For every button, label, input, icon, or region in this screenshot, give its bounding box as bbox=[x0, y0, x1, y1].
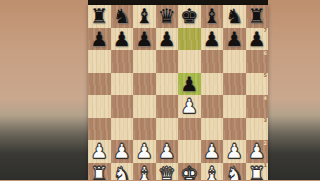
square-f2[interactable]: ♟ bbox=[201, 140, 224, 163]
piece-white-queen[interactable]: ♛ bbox=[158, 163, 176, 181]
square-a1[interactable]: ♜ bbox=[88, 163, 111, 181]
square-g7[interactable]: ♟ bbox=[223, 28, 246, 51]
piece-black-bishop[interactable]: ♝ bbox=[135, 5, 153, 28]
square-f6[interactable] bbox=[201, 50, 224, 73]
square-h6[interactable]: 6 bbox=[246, 50, 269, 73]
square-f3[interactable] bbox=[201, 118, 224, 141]
piece-black-king[interactable]: ♚ bbox=[180, 5, 198, 28]
piece-black-pawn[interactable]: ♟ bbox=[158, 28, 176, 51]
square-h8[interactable]: ♜ bbox=[246, 5, 269, 28]
square-a3[interactable] bbox=[88, 118, 111, 141]
piece-white-pawn[interactable]: ♟ bbox=[225, 140, 243, 163]
piece-black-knight[interactable]: ♞ bbox=[225, 5, 243, 28]
square-b1[interactable]: ♞ bbox=[111, 163, 134, 181]
piece-white-bishop[interactable]: ♝ bbox=[135, 163, 153, 181]
piece-black-pawn[interactable]: ♟ bbox=[225, 28, 243, 51]
piece-black-rook[interactable]: ♜ bbox=[90, 5, 108, 28]
piece-white-pawn[interactable]: ♟ bbox=[113, 140, 131, 163]
square-a7[interactable]: ♟ bbox=[88, 28, 111, 51]
square-f1[interactable]: ♝ bbox=[201, 163, 224, 181]
square-c4[interactable] bbox=[133, 95, 156, 118]
square-d6[interactable] bbox=[156, 50, 179, 73]
piece-black-pawn[interactable]: ♟ bbox=[90, 28, 108, 51]
piece-white-pawn[interactable]: ♟ bbox=[180, 95, 198, 118]
square-a4[interactable] bbox=[88, 95, 111, 118]
piece-black-pawn[interactable]: ♟ bbox=[180, 73, 198, 96]
piece-white-king[interactable]: ♚ bbox=[180, 163, 198, 181]
piece-black-pawn[interactable]: ♟ bbox=[203, 28, 221, 51]
square-a8[interactable]: ♜ bbox=[88, 5, 111, 28]
square-d7[interactable]: ♟ bbox=[156, 28, 179, 51]
square-d8[interactable]: ♛ bbox=[156, 5, 179, 28]
square-e3[interactable] bbox=[178, 118, 201, 141]
square-g1[interactable]: ♞ bbox=[223, 163, 246, 181]
square-f5[interactable] bbox=[201, 73, 224, 96]
square-e6[interactable] bbox=[178, 50, 201, 73]
piece-white-pawn[interactable]: ♟ bbox=[248, 140, 266, 163]
square-e2[interactable] bbox=[178, 140, 201, 163]
rank-label-6: 6 bbox=[264, 51, 267, 56]
square-a6[interactable] bbox=[88, 50, 111, 73]
square-b7[interactable]: ♟ bbox=[111, 28, 134, 51]
piece-white-rook[interactable]: ♜ bbox=[90, 163, 108, 181]
rank-label-4: 4 bbox=[264, 96, 267, 101]
square-f4[interactable] bbox=[201, 95, 224, 118]
square-b5[interactable] bbox=[111, 73, 134, 96]
square-c6[interactable] bbox=[133, 50, 156, 73]
square-h1[interactable]: ♜1 bbox=[246, 163, 269, 181]
square-e5[interactable]: ♟ bbox=[178, 73, 201, 96]
square-b3[interactable] bbox=[111, 118, 134, 141]
rank-label-3: 3 bbox=[264, 118, 267, 123]
piece-black-knight[interactable]: ♞ bbox=[113, 5, 131, 28]
square-h3[interactable]: 3 bbox=[246, 118, 269, 141]
piece-white-pawn[interactable]: ♟ bbox=[90, 140, 108, 163]
chess-board[interactable]: ♜♞♝♛♚♝♞♜♟♟♟♟♟♟♟76♟5♟43♟♟♟♟♟♟♟2♜♞♝♛♚♝♞♜1 bbox=[88, 5, 268, 180]
square-g4[interactable] bbox=[223, 95, 246, 118]
square-c1[interactable]: ♝ bbox=[133, 163, 156, 181]
piece-white-pawn[interactable]: ♟ bbox=[135, 140, 153, 163]
piece-white-knight[interactable]: ♞ bbox=[225, 163, 243, 181]
square-b6[interactable] bbox=[111, 50, 134, 73]
square-a2[interactable]: ♟ bbox=[88, 140, 111, 163]
square-g6[interactable] bbox=[223, 50, 246, 73]
square-c2[interactable]: ♟ bbox=[133, 140, 156, 163]
piece-black-pawn[interactable]: ♟ bbox=[135, 28, 153, 51]
rank-label-5: 5 bbox=[264, 73, 267, 78]
piece-white-bishop[interactable]: ♝ bbox=[203, 163, 221, 181]
piece-black-pawn[interactable]: ♟ bbox=[113, 28, 131, 51]
square-g2[interactable]: ♟ bbox=[223, 140, 246, 163]
square-e4[interactable]: ♟ bbox=[178, 95, 201, 118]
square-c8[interactable]: ♝ bbox=[133, 5, 156, 28]
piece-white-pawn[interactable]: ♟ bbox=[203, 140, 221, 163]
square-g3[interactable] bbox=[223, 118, 246, 141]
square-d5[interactable] bbox=[156, 73, 179, 96]
square-b4[interactable] bbox=[111, 95, 134, 118]
piece-black-queen[interactable]: ♛ bbox=[158, 5, 176, 28]
piece-white-knight[interactable]: ♞ bbox=[113, 163, 131, 181]
piece-black-bishop[interactable]: ♝ bbox=[203, 5, 221, 28]
piece-white-pawn[interactable]: ♟ bbox=[158, 140, 176, 163]
square-b2[interactable]: ♟ bbox=[111, 140, 134, 163]
square-d1[interactable]: ♛ bbox=[156, 163, 179, 181]
square-e7[interactable] bbox=[178, 28, 201, 51]
square-c3[interactable] bbox=[133, 118, 156, 141]
square-f7[interactable]: ♟ bbox=[201, 28, 224, 51]
square-f8[interactable]: ♝ bbox=[201, 5, 224, 28]
square-h2[interactable]: ♟2 bbox=[246, 140, 269, 163]
piece-black-pawn[interactable]: ♟ bbox=[248, 28, 266, 51]
square-h7[interactable]: ♟7 bbox=[246, 28, 269, 51]
square-b8[interactable]: ♞ bbox=[111, 5, 134, 28]
square-e8[interactable]: ♚ bbox=[178, 5, 201, 28]
square-g5[interactable] bbox=[223, 73, 246, 96]
square-d2[interactable]: ♟ bbox=[156, 140, 179, 163]
square-c5[interactable] bbox=[133, 73, 156, 96]
square-d3[interactable] bbox=[156, 118, 179, 141]
piece-white-rook[interactable]: ♜ bbox=[248, 163, 266, 181]
square-h5[interactable]: 5 bbox=[246, 73, 269, 96]
square-d4[interactable] bbox=[156, 95, 179, 118]
square-g8[interactable]: ♞ bbox=[223, 5, 246, 28]
square-a5[interactable] bbox=[88, 73, 111, 96]
square-e1[interactable]: ♚ bbox=[178, 163, 201, 181]
square-c7[interactable]: ♟ bbox=[133, 28, 156, 51]
square-h4[interactable]: 4 bbox=[246, 95, 269, 118]
piece-black-rook[interactable]: ♜ bbox=[248, 5, 266, 28]
